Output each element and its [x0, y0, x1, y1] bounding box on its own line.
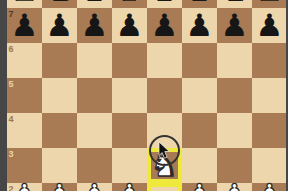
white-pawn-d2[interactable]: ♟ [112, 178, 147, 191]
square-c6[interactable] [77, 43, 112, 78]
square-g5[interactable] [217, 78, 252, 113]
rank-label-3: 3 [9, 150, 14, 159]
square-h6[interactable] [252, 43, 287, 78]
chess-board-screenshot: 765432♜♞♝♛♚♝♞♜♟♟♟♟♟♟♟♟♞♟♟♟♟♟♟♟ [0, 0, 288, 191]
rank-label-6: 6 [9, 45, 14, 54]
black-pawn-b7[interactable]: ♟ [42, 8, 77, 43]
square-h4[interactable] [252, 113, 287, 148]
square-d5[interactable] [112, 78, 147, 113]
square-d6[interactable] [112, 43, 147, 78]
rank-label-7: 7 [9, 10, 14, 19]
square-c4[interactable] [77, 113, 112, 148]
white-pawn-c2[interactable]: ♟ [77, 178, 112, 191]
black-pawn-g7[interactable]: ♟ [217, 8, 252, 43]
rank-label-4: 4 [9, 115, 14, 124]
square-f5[interactable] [182, 78, 217, 113]
square-h5[interactable] [252, 78, 287, 113]
square-d4[interactable] [112, 113, 147, 148]
rank-label-5: 5 [9, 80, 14, 89]
black-pawn-e7[interactable]: ♟ [147, 8, 182, 43]
square-b4[interactable] [42, 113, 77, 148]
square-e2[interactable] [147, 183, 182, 191]
black-pawn-h7[interactable]: ♟ [252, 8, 287, 43]
square-f4[interactable] [182, 113, 217, 148]
square-b5[interactable] [42, 78, 77, 113]
white-pawn-b2[interactable]: ♟ [42, 178, 77, 191]
rank-label-2: 2 [9, 185, 14, 192]
board-left-border [0, 0, 7, 191]
square-e6[interactable] [147, 43, 182, 78]
square-c5[interactable] [77, 78, 112, 113]
chess-board: 765432♜♞♝♛♚♝♞♜♟♟♟♟♟♟♟♟♞♟♟♟♟♟♟♟ [0, 0, 288, 191]
square-f6[interactable] [182, 43, 217, 78]
black-pawn-d7[interactable]: ♟ [112, 8, 147, 43]
white-pawn-h2[interactable]: ♟ [252, 178, 287, 191]
mouse-cursor-icon [158, 142, 171, 160]
black-pawn-f7[interactable]: ♟ [182, 8, 217, 43]
white-pawn-g2[interactable]: ♟ [217, 178, 252, 191]
square-g4[interactable] [217, 113, 252, 148]
square-b6[interactable] [42, 43, 77, 78]
square-g6[interactable] [217, 43, 252, 78]
black-pawn-c7[interactable]: ♟ [77, 8, 112, 43]
white-pawn-f2[interactable]: ♟ [182, 178, 217, 191]
square-e5[interactable] [147, 78, 182, 113]
